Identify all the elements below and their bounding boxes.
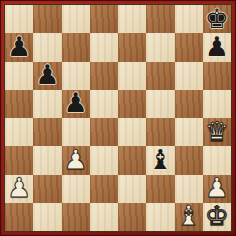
square-a3[interactable] — [5, 146, 33, 174]
square-h5[interactable] — [203, 90, 231, 118]
square-b3[interactable] — [33, 146, 61, 174]
square-d1[interactable] — [90, 203, 118, 231]
square-e7[interactable] — [118, 33, 146, 61]
board-frame: ♚♟♟♟♟♛♟♝♟♟♝♚ — [0, 0, 236, 236]
square-f2[interactable] — [146, 175, 174, 203]
square-f4[interactable] — [146, 118, 174, 146]
square-g3[interactable] — [175, 146, 203, 174]
square-a6[interactable] — [5, 62, 33, 90]
square-c3[interactable]: ♟ — [62, 146, 90, 174]
white-king-icon[interactable]: ♚ — [205, 203, 229, 230]
square-a5[interactable] — [5, 90, 33, 118]
square-a2[interactable]: ♟ — [5, 175, 33, 203]
square-b4[interactable] — [33, 118, 61, 146]
white-bishop-icon[interactable]: ♝ — [177, 203, 201, 230]
square-h6[interactable] — [203, 62, 231, 90]
square-e8[interactable] — [118, 5, 146, 33]
square-e6[interactable] — [118, 62, 146, 90]
black-bishop-icon[interactable]: ♝ — [148, 146, 172, 173]
square-c4[interactable] — [62, 118, 90, 146]
square-g4[interactable] — [175, 118, 203, 146]
white-pawn-icon[interactable]: ♟ — [64, 146, 88, 173]
square-d7[interactable] — [90, 33, 118, 61]
square-f6[interactable] — [146, 62, 174, 90]
square-g5[interactable] — [175, 90, 203, 118]
square-d2[interactable] — [90, 175, 118, 203]
square-h3[interactable] — [203, 146, 231, 174]
square-e5[interactable] — [118, 90, 146, 118]
square-g2[interactable] — [175, 175, 203, 203]
square-f5[interactable] — [146, 90, 174, 118]
square-b7[interactable] — [33, 33, 61, 61]
black-pawn-icon[interactable]: ♟ — [7, 33, 31, 60]
square-h8[interactable]: ♚ — [203, 5, 231, 33]
square-e3[interactable] — [118, 146, 146, 174]
square-h1[interactable]: ♚ — [203, 203, 231, 231]
black-pawn-icon[interactable]: ♟ — [35, 62, 59, 89]
black-pawn-icon[interactable]: ♟ — [64, 90, 88, 117]
black-king-icon[interactable]: ♚ — [205, 5, 229, 32]
square-d6[interactable] — [90, 62, 118, 90]
square-f1[interactable] — [146, 203, 174, 231]
square-d8[interactable] — [90, 5, 118, 33]
white-queen-icon[interactable]: ♛ — [205, 118, 229, 145]
square-b5[interactable] — [33, 90, 61, 118]
square-a1[interactable] — [5, 203, 33, 231]
square-d4[interactable] — [90, 118, 118, 146]
square-c8[interactable] — [62, 5, 90, 33]
square-f8[interactable] — [146, 5, 174, 33]
square-c6[interactable] — [62, 62, 90, 90]
white-pawn-icon[interactable]: ♟ — [205, 175, 229, 202]
square-b8[interactable] — [33, 5, 61, 33]
black-pawn-icon[interactable]: ♟ — [205, 33, 229, 60]
square-a4[interactable] — [5, 118, 33, 146]
square-g6[interactable] — [175, 62, 203, 90]
square-c2[interactable] — [62, 175, 90, 203]
square-g8[interactable] — [175, 5, 203, 33]
square-b1[interactable] — [33, 203, 61, 231]
square-f7[interactable] — [146, 33, 174, 61]
square-d5[interactable] — [90, 90, 118, 118]
square-e4[interactable] — [118, 118, 146, 146]
square-b6[interactable]: ♟ — [33, 62, 61, 90]
square-c5[interactable]: ♟ — [62, 90, 90, 118]
square-g7[interactable] — [175, 33, 203, 61]
square-g1[interactable]: ♝ — [175, 203, 203, 231]
square-c7[interactable] — [62, 33, 90, 61]
square-a7[interactable]: ♟ — [5, 33, 33, 61]
square-b2[interactable] — [33, 175, 61, 203]
square-h4[interactable]: ♛ — [203, 118, 231, 146]
chess-board: ♚♟♟♟♟♛♟♝♟♟♝♚ — [4, 4, 232, 232]
square-f3[interactable]: ♝ — [146, 146, 174, 174]
square-e1[interactable] — [118, 203, 146, 231]
square-c1[interactable] — [62, 203, 90, 231]
square-a8[interactable] — [5, 5, 33, 33]
square-d3[interactable] — [90, 146, 118, 174]
square-e2[interactable] — [118, 175, 146, 203]
white-pawn-icon[interactable]: ♟ — [7, 175, 31, 202]
square-h2[interactable]: ♟ — [203, 175, 231, 203]
square-h7[interactable]: ♟ — [203, 33, 231, 61]
